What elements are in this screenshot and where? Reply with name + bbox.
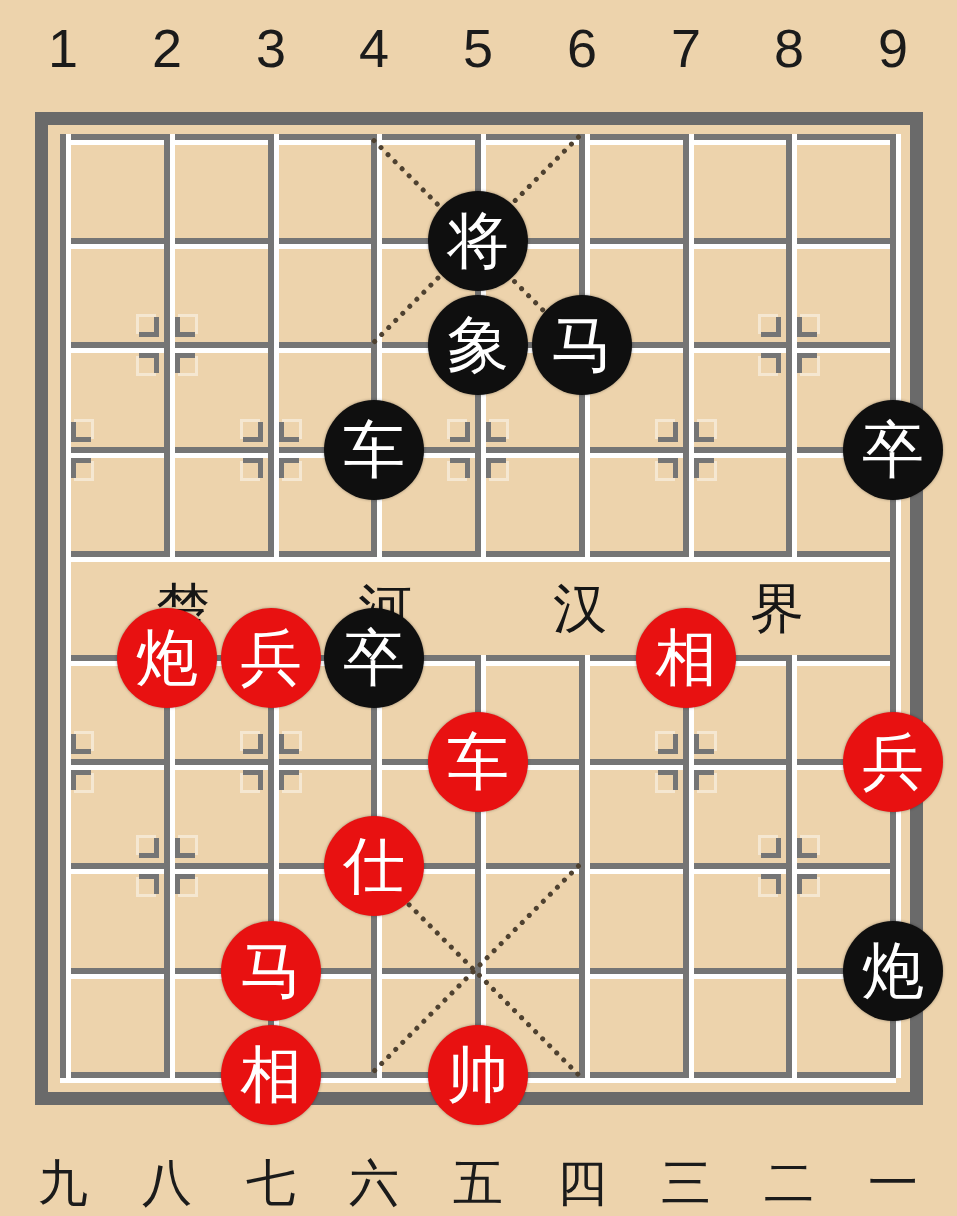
- top-file-label: 8: [774, 21, 804, 75]
- piece-black-soldier-1[interactable]: 卒: [843, 400, 943, 500]
- bottom-file-label: 一: [868, 1158, 918, 1208]
- top-file-label: 3: [256, 21, 286, 75]
- marker-corner-icon: [175, 838, 195, 858]
- grid-v-line: [164, 655, 170, 1078]
- piece-black-general[interactable]: 将: [428, 191, 528, 291]
- piece-black-cannon[interactable]: 炮: [843, 921, 943, 1021]
- grid-v-line: [268, 134, 274, 557]
- piece-red-soldier-2[interactable]: 兵: [843, 712, 943, 812]
- piece-red-cannon[interactable]: 炮: [117, 608, 217, 708]
- marker-corner-icon: [658, 458, 678, 478]
- piece-red-elephant-2[interactable]: 相: [221, 1025, 321, 1125]
- marker-corner-icon: [761, 874, 781, 894]
- river-text: 界: [750, 581, 804, 635]
- top-file-label: 6: [567, 21, 597, 75]
- bottom-file-label: 四: [557, 1158, 607, 1208]
- marker-corner-icon: [175, 874, 195, 894]
- top-file-label: 1: [48, 21, 78, 75]
- top-file-label: 5: [463, 21, 493, 75]
- marker-corner-icon: [694, 422, 714, 442]
- piece-red-soldier-1[interactable]: 兵: [221, 608, 321, 708]
- marker-corner-icon: [71, 734, 91, 754]
- marker-corner-icon: [797, 317, 817, 337]
- piece-red-elephant-1[interactable]: 相: [636, 608, 736, 708]
- piece-red-chariot[interactable]: 车: [428, 712, 528, 812]
- marker-corner-icon: [658, 734, 678, 754]
- river-text: 汉: [553, 581, 607, 635]
- marker-corner-icon: [71, 770, 91, 790]
- bottom-file-label: 五: [453, 1158, 503, 1208]
- marker-corner-icon: [450, 422, 470, 442]
- piece-black-soldier-2[interactable]: 卒: [324, 608, 424, 708]
- piece-black-horse[interactable]: 马: [532, 295, 632, 395]
- piece-black-elephant[interactable]: 象: [428, 295, 528, 395]
- marker-corner-icon: [139, 874, 159, 894]
- marker-corner-icon: [761, 317, 781, 337]
- top-file-label: 4: [359, 21, 389, 75]
- marker-corner-icon: [175, 317, 195, 337]
- top-file-label: 9: [878, 21, 908, 75]
- grid-v-line: [786, 134, 792, 557]
- piece-red-advisor[interactable]: 仕: [324, 816, 424, 916]
- marker-corner-icon: [797, 874, 817, 894]
- marker-corner-icon: [243, 770, 263, 790]
- bottom-file-label: 九: [38, 1158, 88, 1208]
- piece-red-general[interactable]: 帅: [428, 1025, 528, 1125]
- xiangqi-board[interactable]: 楚河汉界将象马车卒卒炮炮兵相车兵仕马相帅: [63, 137, 893, 1075]
- marker-corner-icon: [71, 458, 91, 478]
- bottom-file-label: 七: [246, 1158, 296, 1208]
- marker-corner-icon: [139, 353, 159, 373]
- marker-corner-icon: [658, 770, 678, 790]
- marker-corner-icon: [797, 353, 817, 373]
- bottom-file-label: 八: [142, 1158, 192, 1208]
- marker-corner-icon: [761, 353, 781, 373]
- marker-corner-icon: [450, 458, 470, 478]
- bottom-file-label: 三: [661, 1158, 711, 1208]
- xiangqi-app: 123456789 楚河汉界将象马车卒卒炮炮兵相车兵仕马相帅 九八七六五四三二一: [0, 0, 957, 1216]
- marker-corner-icon: [694, 770, 714, 790]
- board-border-line: [60, 134, 66, 1078]
- piece-black-chariot[interactable]: 车: [324, 400, 424, 500]
- marker-corner-icon: [486, 458, 506, 478]
- marker-corner-icon: [139, 838, 159, 858]
- piece-red-horse[interactable]: 马: [221, 921, 321, 1021]
- marker-corner-icon: [797, 838, 817, 858]
- marker-corner-icon: [694, 734, 714, 754]
- grid-v-line: [164, 134, 170, 557]
- marker-corner-icon: [761, 838, 781, 858]
- marker-corner-icon: [279, 422, 299, 442]
- grid-v-line: [683, 655, 689, 1078]
- marker-corner-icon: [243, 458, 263, 478]
- marker-corner-icon: [243, 422, 263, 442]
- marker-corner-icon: [486, 422, 506, 442]
- marker-corner-icon: [658, 422, 678, 442]
- top-file-label: 2: [152, 21, 182, 75]
- marker-corner-icon: [243, 734, 263, 754]
- top-file-label: 7: [671, 21, 701, 75]
- bottom-file-label: 二: [764, 1158, 814, 1208]
- marker-corner-icon: [279, 770, 299, 790]
- marker-corner-icon: [279, 734, 299, 754]
- bottom-file-label: 六: [349, 1158, 399, 1208]
- marker-corner-icon: [175, 353, 195, 373]
- marker-corner-icon: [279, 458, 299, 478]
- marker-corner-icon: [139, 317, 159, 337]
- marker-corner-icon: [694, 458, 714, 478]
- grid-v-line: [683, 134, 689, 557]
- grid-v-line: [786, 655, 792, 1078]
- marker-corner-icon: [71, 422, 91, 442]
